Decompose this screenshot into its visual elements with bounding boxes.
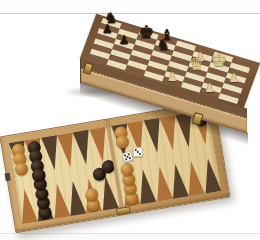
brass-hinge (116, 206, 131, 215)
product-photo-chess-backgammon-set: ♞♝♚♟♞♟♚♟♛♟♟♟ (0, 0, 260, 240)
white-die (133, 147, 143, 157)
photo-bottom-border (0, 233, 260, 240)
die-pip (139, 153, 141, 155)
die-pip (125, 158, 127, 160)
photo-top-border (0, 0, 260, 14)
die-pip (135, 149, 137, 151)
metal-latch-left (5, 172, 11, 181)
die-pip (129, 157, 131, 159)
die-pip (128, 153, 130, 155)
